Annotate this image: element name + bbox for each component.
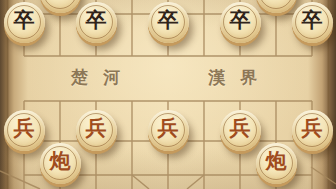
red-soldier-glyph: 兵 — [86, 118, 107, 139]
red-soldier-glyph: 兵 — [302, 118, 323, 139]
red-soldier[interactable]: 兵 — [148, 110, 189, 151]
black-soldier[interactable]: 卒 — [76, 2, 117, 43]
black-soldier-glyph: 卒 — [230, 10, 251, 31]
red-soldier[interactable]: 兵 — [292, 110, 333, 151]
black-cannon-glyph: 砲 — [266, 0, 287, 1]
river-label-han: 漢界 — [208, 66, 272, 88]
black-soldier-glyph: 卒 — [158, 10, 179, 31]
red-cannon-glyph: 炮 — [266, 151, 287, 172]
black-soldier-glyph: 卒 — [14, 10, 35, 31]
red-soldier-glyph: 兵 — [158, 118, 179, 139]
black-soldier-glyph: 卒 — [302, 10, 323, 31]
river-label-chu: 楚河 — [71, 66, 135, 88]
red-soldier[interactable]: 兵 — [76, 110, 117, 151]
black-soldier[interactable]: 卒 — [4, 2, 45, 43]
red-cannon[interactable]: 炮 — [256, 143, 297, 184]
red-soldier[interactable]: 兵 — [4, 110, 45, 151]
black-soldier[interactable]: 卒 — [292, 2, 333, 43]
red-soldier[interactable]: 兵 — [220, 110, 261, 151]
red-cannon[interactable]: 炮 — [40, 143, 81, 184]
xiangqi-board[interactable]: 楚河 漢界 砲 砲 卒 卒 卒 卒 卒 兵 兵 兵 兵 兵 炮 炮 — [0, 0, 336, 189]
black-soldier[interactable]: 卒 — [148, 2, 189, 43]
red-cannon-glyph: 炮 — [50, 151, 71, 172]
black-soldier[interactable]: 卒 — [220, 2, 261, 43]
red-soldier-glyph: 兵 — [14, 118, 35, 139]
red-soldier-glyph: 兵 — [230, 118, 251, 139]
black-cannon-glyph: 砲 — [50, 0, 71, 1]
black-soldier-glyph: 卒 — [86, 10, 107, 31]
